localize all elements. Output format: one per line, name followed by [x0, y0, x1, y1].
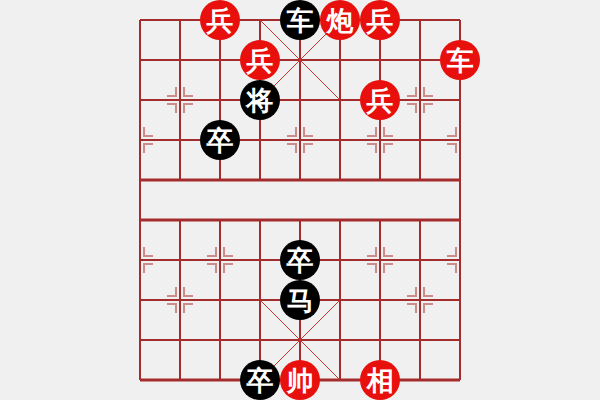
point-mark — [424, 87, 433, 96]
point-mark — [384, 247, 393, 256]
point-mark — [167, 87, 176, 96]
piece-red-soldier[interactable]: 兵 — [240, 40, 280, 80]
piece-red-elephant[interactable]: 相 — [360, 360, 400, 400]
point-mark — [407, 87, 416, 96]
point-mark — [384, 127, 393, 136]
point-mark — [424, 104, 433, 113]
point-mark — [207, 247, 216, 256]
point-mark — [144, 127, 153, 136]
point-mark — [144, 144, 153, 153]
point-mark — [184, 87, 193, 96]
board-grid — [0, 0, 600, 400]
piece-black-horse[interactable]: 马 — [280, 280, 320, 320]
point-mark — [167, 287, 176, 296]
piece-black-general[interactable]: 将 — [240, 80, 280, 120]
piece-red-soldier[interactable]: 兵 — [360, 0, 400, 40]
point-mark — [384, 144, 393, 153]
point-mark — [167, 104, 176, 113]
point-mark — [424, 304, 433, 313]
point-mark — [407, 304, 416, 313]
piece-black-chariot[interactable]: 车 — [280, 0, 320, 40]
piece-red-cannon[interactable]: 炮 — [320, 0, 360, 40]
point-mark — [384, 264, 393, 273]
point-mark — [287, 127, 296, 136]
point-mark — [287, 144, 296, 153]
piece-black-soldier[interactable]: 卒 — [240, 360, 280, 400]
point-mark — [167, 304, 176, 313]
point-mark — [184, 287, 193, 296]
piece-red-chariot[interactable]: 车 — [440, 40, 480, 80]
piece-black-soldier[interactable]: 卒 — [200, 120, 240, 160]
point-mark — [367, 144, 376, 153]
point-mark — [407, 104, 416, 113]
point-mark — [184, 304, 193, 313]
point-mark — [447, 127, 456, 136]
point-mark — [144, 264, 153, 273]
piece-red-soldier[interactable]: 兵 — [200, 0, 240, 40]
point-mark — [144, 247, 153, 256]
xiangqi-board: 兵车炮兵兵车将兵卒卒马卒帅相 — [0, 0, 600, 400]
point-mark — [207, 264, 216, 273]
point-mark — [424, 287, 433, 296]
point-mark — [447, 264, 456, 273]
point-mark — [447, 144, 456, 153]
point-mark — [224, 264, 233, 273]
point-mark — [367, 127, 376, 136]
piece-red-general[interactable]: 帅 — [280, 360, 320, 400]
point-mark — [407, 287, 416, 296]
point-mark — [304, 127, 313, 136]
piece-red-soldier[interactable]: 兵 — [360, 80, 400, 120]
point-mark — [447, 247, 456, 256]
point-mark — [304, 144, 313, 153]
point-mark — [224, 247, 233, 256]
point-mark — [367, 264, 376, 273]
point-mark — [184, 104, 193, 113]
piece-black-soldier[interactable]: 卒 — [280, 240, 320, 280]
point-mark — [367, 247, 376, 256]
